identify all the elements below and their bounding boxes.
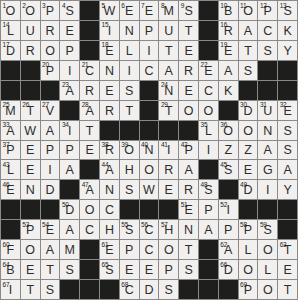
clue-number: 36 (220, 121, 227, 128)
cell-r7c5[interactable]: T (80, 121, 99, 140)
cell-r1c6[interactable]: 5W (100, 1, 119, 20)
cell-r8c9[interactable]: 41I (159, 141, 178, 160)
cell-r9c6[interactable]: 44A (100, 160, 119, 179)
cell-letter: K (224, 85, 232, 100)
cell-r9c3[interactable]: I (41, 160, 60, 179)
cell-letter: E (66, 25, 74, 40)
cell-r14c3[interactable]: T (41, 260, 60, 279)
cell-letter: T (284, 284, 292, 299)
cell-letter: I (48, 164, 51, 179)
black-square (278, 81, 297, 100)
cell-r11c4[interactable]: 50D (60, 200, 79, 219)
cell-letter: U (26, 25, 35, 40)
cell-r8c15[interactable]: S (278, 141, 297, 160)
cell-r2c13[interactable]: A (239, 21, 258, 40)
cell-r13c4[interactable]: M (60, 240, 79, 259)
cell-r9c10[interactable]: A (179, 160, 198, 179)
cell-letter: H (105, 224, 114, 239)
cell-r3c10[interactable]: E (179, 41, 198, 60)
cell-letter: T (244, 45, 252, 60)
cell-letter: S (184, 264, 192, 279)
cell-r7c3[interactable]: A (41, 121, 60, 140)
cell-r2c10[interactable]: T (179, 21, 198, 40)
black-square (21, 61, 40, 80)
cell-letter: O (6, 5, 16, 20)
cell-letter: E (105, 85, 113, 100)
black-square (100, 121, 119, 140)
cell-r10c1[interactable]: 46E (1, 180, 20, 199)
cell-r3c2[interactable]: R (21, 41, 40, 60)
cell-r6c10[interactable]: O (179, 101, 198, 120)
cell-r5c5[interactable]: R (80, 81, 99, 100)
cell-r14c6[interactable]: 65S (100, 260, 119, 279)
cell-r3c12[interactable]: 19E (219, 41, 238, 60)
cell-r2c7[interactable]: N (120, 21, 139, 40)
cell-r9c9[interactable]: R (159, 160, 178, 179)
cell-r15c13[interactable]: 69P (239, 280, 258, 299)
cell-r9c1[interactable]: 43L (1, 160, 20, 179)
black-square (219, 180, 238, 199)
clue-number: 20 (42, 61, 49, 68)
cell-r1c15[interactable]: 13S (278, 1, 297, 20)
cell-r1c4[interactable]: 4S (60, 1, 79, 20)
black-square (278, 220, 297, 239)
clue-number: 56 (141, 221, 148, 228)
cell-letter: O (204, 105, 214, 120)
cell-r5c12[interactable]: K (219, 81, 238, 100)
clue-number: 47 (82, 181, 89, 188)
crossword-board: 1O2O3P4S5W6E7E8M9S10B11O12P13S14LURE15IN… (0, 0, 298, 300)
cell-letter: C (105, 204, 114, 219)
cell-r8c6[interactable]: 38R (100, 141, 119, 160)
black-square (140, 200, 159, 219)
cell-r3c8[interactable]: I (140, 41, 159, 60)
cell-r7c4[interactable]: 34I (60, 121, 79, 140)
cell-letter: O (164, 244, 174, 259)
clue-number: 15 (101, 21, 108, 28)
cell-r6c3[interactable]: 27V (41, 101, 60, 120)
cell-r10c11[interactable]: 48S (199, 180, 218, 199)
clue-number: 41 (161, 141, 168, 148)
cell-r6c9[interactable]: 29T (159, 101, 178, 120)
cell-r1c1[interactable]: 1O (1, 1, 20, 20)
black-square (1, 220, 20, 239)
cell-letter: C (85, 224, 94, 239)
black-square (1, 81, 20, 100)
clue-number: 43 (3, 161, 10, 168)
cell-r10c5[interactable]: 47A (80, 180, 99, 199)
cell-r3c6[interactable]: 18E (100, 41, 119, 60)
black-square (278, 61, 297, 80)
cell-r10c3[interactable]: D (41, 180, 60, 199)
cell-r8c11[interactable]: I (199, 141, 218, 160)
cell-letter: M (164, 5, 174, 20)
cell-r2c2[interactable]: U (21, 21, 40, 40)
cell-r5c4[interactable]: 23A (60, 81, 79, 100)
clue-number: 58 (240, 221, 247, 228)
black-square (258, 61, 277, 80)
clue-number: 57 (161, 221, 168, 228)
cell-letter: A (66, 164, 74, 179)
cell-r15c9[interactable]: S (159, 280, 178, 299)
cell-r12c7[interactable]: 55S (120, 220, 139, 239)
cell-r4c10[interactable]: R (179, 61, 198, 80)
clue-number: 54 (42, 221, 49, 228)
cell-r13c1[interactable]: 60F (1, 240, 20, 259)
clue-number: 40 (141, 141, 148, 148)
cell-r14c15[interactable]: E (278, 260, 297, 279)
black-square (179, 121, 198, 140)
cell-r2c14[interactable]: C (258, 21, 277, 40)
cell-r9c8[interactable]: O (140, 160, 159, 179)
cell-r13c6[interactable]: 61E (100, 240, 119, 259)
cell-r13c14[interactable]: O (258, 240, 277, 259)
cell-r10c7[interactable]: S (120, 180, 139, 199)
black-square (199, 260, 218, 279)
clue-number: 59 (260, 221, 267, 228)
black-square (199, 1, 218, 20)
cell-r13c15[interactable]: 63T (278, 240, 297, 259)
cell-r5c6[interactable]: E (100, 81, 119, 100)
cell-r12c5[interactable]: C (80, 220, 99, 239)
cell-r2c3[interactable]: R (41, 21, 60, 40)
cell-r3c15[interactable]: Y (278, 41, 297, 60)
cell-r6c11[interactable]: O (199, 101, 218, 120)
cell-letter: A (46, 244, 54, 259)
cell-r13c13[interactable]: L (239, 240, 258, 259)
cell-r12c4[interactable]: A (60, 220, 79, 239)
cell-r15c2[interactable]: T (21, 280, 40, 299)
cell-r8c7[interactable]: 39O (120, 141, 139, 160)
cell-r13c8[interactable]: C (140, 240, 159, 259)
cell-r11c12[interactable]: 52I (219, 200, 238, 219)
cell-letter: T (86, 125, 94, 140)
clue-number: 1 (3, 2, 6, 9)
cell-letter: O (263, 244, 273, 259)
clue-number: 25 (3, 101, 10, 108)
cell-r11c10[interactable]: 51E (179, 200, 198, 219)
cell-r6c2[interactable]: 26T (21, 101, 40, 120)
cell-r6c6[interactable]: R (100, 101, 119, 120)
cell-letter: O (45, 45, 55, 60)
clue-number: 17 (3, 41, 10, 48)
cell-r12c10[interactable]: N (179, 220, 198, 239)
cell-letter: E (184, 45, 192, 60)
cell-r5c10[interactable]: E (179, 81, 198, 100)
cell-r12c6[interactable]: H (100, 220, 119, 239)
cell-r13c7[interactable]: P (120, 240, 139, 259)
cell-r12c9[interactable]: 57H (159, 220, 178, 239)
cell-r10c15[interactable]: Y (278, 180, 297, 199)
clue-number: 22 (200, 61, 207, 68)
black-square (199, 160, 218, 179)
black-square (80, 160, 99, 179)
cell-r14c10[interactable]: S (179, 260, 198, 279)
cell-r9c4[interactable]: A (60, 160, 79, 179)
cell-r4c3[interactable]: 20P (41, 61, 60, 80)
cell-r14c4[interactable]: S (60, 260, 79, 279)
cell-letter: C (204, 85, 213, 100)
cell-r12c8[interactable]: 56C (140, 220, 159, 239)
cell-letter: P (125, 244, 133, 259)
cell-r9c12[interactable]: 45S (219, 160, 238, 179)
black-square (159, 200, 178, 219)
cell-r3c4[interactable]: P (60, 41, 79, 60)
cell-letter: S (66, 264, 74, 279)
cell-letter: P (165, 264, 173, 279)
cell-letter: D (144, 284, 153, 299)
cell-r6c5[interactable]: 28A (80, 101, 99, 120)
cell-r12c11[interactable]: A (199, 220, 218, 239)
cell-letter: A (283, 164, 291, 179)
cell-r2c4[interactable]: E (60, 21, 79, 40)
clue-number: 28 (82, 101, 89, 108)
cell-letter: Y (283, 184, 291, 199)
black-square (21, 81, 40, 100)
cell-r4c9[interactable]: A (159, 61, 178, 80)
cell-letter: R (184, 65, 193, 80)
cell-r14c8[interactable]: E (140, 260, 159, 279)
cell-r10c13[interactable]: 49D (239, 180, 258, 199)
cell-letter: P (204, 204, 212, 219)
cell-r14c2[interactable]: E (21, 260, 40, 279)
cell-letter: E (165, 184, 173, 199)
cell-r10c9[interactable]: E (159, 180, 178, 199)
clue-number: 53 (22, 221, 29, 228)
cell-r15c7[interactable]: 68C (120, 280, 139, 299)
cell-r6c14[interactable]: 31U (258, 101, 277, 120)
cell-r12c2[interactable]: 53P (21, 220, 40, 239)
cell-letter: L (245, 244, 252, 259)
cell-r15c15[interactable]: T (278, 280, 297, 299)
cell-letter: R (26, 45, 35, 60)
cell-r5c7[interactable]: S (120, 81, 139, 100)
cell-r8c4[interactable]: P (60, 141, 79, 160)
cell-r9c14[interactable]: G (258, 160, 277, 179)
cell-r14c13[interactable]: O (239, 260, 258, 279)
clue-number: 7 (141, 2, 144, 9)
cell-r11c5[interactable]: O (80, 200, 99, 219)
clue-number: 13 (280, 2, 287, 9)
cell-r13c10[interactable]: T (179, 240, 198, 259)
cell-r4c13[interactable]: S (239, 61, 258, 80)
cell-letter: E (244, 164, 252, 179)
clue-number: 49 (240, 181, 247, 188)
cell-r15c1[interactable]: 67I (1, 280, 20, 299)
cell-r8c12[interactable]: Z (219, 141, 238, 160)
cell-r10c6[interactable]: N (100, 180, 119, 199)
clue-number: 51 (181, 201, 188, 208)
cell-letter: A (264, 144, 272, 159)
cell-r13c12[interactable]: 62A (219, 240, 238, 259)
cell-r1c7[interactable]: 6E (120, 1, 139, 20)
cell-r12c13[interactable]: 58P (239, 220, 258, 239)
cell-r15c8[interactable]: D (140, 280, 159, 299)
cell-r8c2[interactable]: E (21, 141, 40, 160)
clue-number: 45 (220, 161, 227, 168)
clue-number: 12 (260, 2, 267, 9)
cell-r1c9[interactable]: 8M (159, 1, 178, 20)
cell-r1c3[interactable]: 3P (41, 1, 60, 20)
cell-letter: Z (244, 144, 252, 159)
cell-r8c10[interactable]: 42P (179, 141, 198, 160)
cell-r4c11[interactable]: 22E (199, 61, 218, 80)
cell-r9c2[interactable]: E (21, 160, 40, 179)
cell-r6c7[interactable]: T (120, 101, 139, 120)
black-square (120, 200, 139, 219)
cell-letter: R (45, 25, 54, 40)
cell-r4c8[interactable]: C (140, 61, 159, 80)
cell-r9c7[interactable]: H (120, 160, 139, 179)
cell-r3c1[interactable]: 17D (1, 41, 20, 60)
cell-r8c3[interactable]: P (41, 141, 60, 160)
cell-r7c14[interactable]: N (258, 121, 277, 140)
cell-r8c8[interactable]: 40N (140, 141, 159, 160)
clue-number: 69 (240, 281, 247, 288)
clue-number: 46 (3, 181, 10, 188)
black-square (80, 280, 99, 299)
cell-r6c13[interactable]: 30D (239, 101, 258, 120)
cell-r15c3[interactable]: S (41, 280, 60, 299)
cell-r10c2[interactable]: N (21, 180, 40, 199)
cell-letter: P (66, 45, 74, 60)
black-square (159, 121, 178, 140)
clue-number: 2 (22, 2, 25, 9)
cell-r9c13[interactable]: E (239, 160, 258, 179)
cell-r1c10[interactable]: 9S (179, 1, 198, 20)
clue-number: 68 (121, 281, 128, 288)
clue-number: 37 (3, 141, 10, 148)
cell-r3c14[interactable]: S (258, 41, 277, 60)
cell-r13c9[interactable]: O (159, 240, 178, 259)
cell-letter: T (185, 244, 193, 259)
cell-r12c3[interactable]: 54E (41, 220, 60, 239)
cell-r8c13[interactable]: Z (239, 141, 258, 160)
cell-letter: C (263, 25, 272, 40)
cell-r15c14[interactable]: O (258, 280, 277, 299)
cell-r5c11[interactable]: C (199, 81, 218, 100)
cell-r4c4[interactable]: I (60, 61, 79, 80)
cell-letter: U (164, 25, 173, 40)
cell-r3c9[interactable]: T (159, 41, 178, 60)
black-square (140, 81, 159, 100)
cell-r4c6[interactable]: N (100, 61, 119, 80)
cell-letter: H (125, 164, 134, 179)
cell-r1c2[interactable]: 2O (21, 1, 40, 20)
clue-number: 18 (101, 41, 108, 48)
cell-r10c14[interactable]: I (258, 180, 277, 199)
clue-number: 55 (121, 221, 128, 228)
cell-letter: M (65, 244, 75, 259)
cell-r11c11[interactable]: P (199, 200, 218, 219)
cell-letter: N (184, 224, 193, 239)
cell-letter: A (224, 65, 232, 80)
black-square (239, 200, 258, 219)
cell-r14c9[interactable]: P (159, 260, 178, 279)
cell-r8c1[interactable]: 37P (1, 141, 20, 160)
cell-r8c14[interactable]: A (258, 141, 277, 160)
clue-number: 23 (62, 81, 69, 88)
cell-letter: E (125, 264, 133, 279)
cell-r10c10[interactable]: R (179, 180, 198, 199)
cell-r6c15[interactable]: 32E (278, 101, 297, 120)
cell-r3c7[interactable]: L (120, 41, 139, 60)
cell-r2c9[interactable]: U (159, 21, 178, 40)
clue-number: 4 (62, 2, 65, 9)
cell-letter: S (244, 65, 252, 80)
cell-r13c3[interactable]: A (41, 240, 60, 259)
cell-r3c13[interactable]: T (239, 41, 258, 60)
cell-letter: T (26, 284, 34, 299)
cell-r2c12[interactable]: 16R (219, 21, 238, 40)
black-square (199, 240, 218, 259)
cell-letter: I (68, 65, 71, 80)
cell-letter: O (184, 105, 194, 120)
cell-r1c8[interactable]: 7E (140, 1, 159, 20)
cell-r1c14[interactable]: 12P (258, 1, 277, 20)
cell-r14c1[interactable]: 64B (1, 260, 20, 279)
cell-r9c15[interactable]: A (278, 160, 297, 179)
cell-letter: P (46, 5, 54, 20)
cell-r14c12[interactable]: 66D (219, 260, 238, 279)
cell-letter: E (283, 264, 291, 279)
cell-r12c12[interactable]: P (219, 220, 238, 239)
cell-r5c9[interactable]: 24N (159, 81, 178, 100)
cell-r13c2[interactable]: O (21, 240, 40, 259)
cell-r1c13[interactable]: 11O (239, 1, 258, 20)
cell-r2c15[interactable]: K (278, 21, 297, 40)
cell-r8c5[interactable]: E (80, 141, 99, 160)
cell-r7c15[interactable]: S (278, 121, 297, 140)
cell-r4c7[interactable]: I (120, 61, 139, 80)
cell-letter: E (184, 85, 192, 100)
cell-letter: O (144, 164, 154, 179)
cell-r7c11[interactable]: 35L (199, 121, 218, 140)
cell-r2c8[interactable]: P (140, 21, 159, 40)
cell-letter: C (144, 65, 153, 80)
cell-r2c6[interactable]: 15I (100, 21, 119, 40)
cell-r3c3[interactable]: O (41, 41, 60, 60)
cell-r10c8[interactable]: W (140, 180, 159, 199)
cell-letter: A (204, 224, 212, 239)
cell-r7c13[interactable]: O (239, 121, 258, 140)
cell-r12c14[interactable]: 59S (258, 220, 277, 239)
clue-number: 9 (181, 2, 184, 9)
black-square (80, 21, 99, 40)
cell-r7c12[interactable]: 36O (219, 121, 238, 140)
cell-r7c2[interactable]: W (21, 121, 40, 140)
black-square (100, 280, 119, 299)
cell-r4c5[interactable]: 21C (80, 61, 99, 80)
cell-letter: I (147, 45, 150, 60)
cell-r14c14[interactable]: L (258, 260, 277, 279)
cell-r14c7[interactable]: E (120, 260, 139, 279)
clue-number: 39 (121, 141, 128, 148)
black-square (258, 81, 277, 100)
black-square (140, 101, 159, 120)
black-square (278, 200, 297, 219)
cell-letter: S (66, 5, 74, 20)
cell-r2c1[interactable]: 14L (1, 21, 20, 40)
cell-letter: E (145, 5, 153, 20)
cell-r4c12[interactable]: A (219, 61, 238, 80)
black-square (199, 41, 218, 60)
cell-letter: S (184, 5, 192, 20)
cell-r11c6[interactable]: C (100, 200, 119, 219)
cell-r7c1[interactable]: 33A (1, 121, 20, 140)
cell-r6c1[interactable]: 25M (1, 101, 20, 120)
cell-r1c12[interactable]: 10B (219, 1, 238, 20)
